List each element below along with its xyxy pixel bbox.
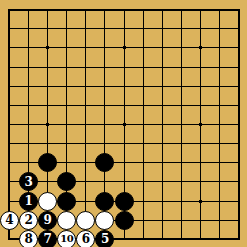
- white-stone: [76, 211, 95, 230]
- move-number: 2: [24, 214, 32, 226]
- star-point: [199, 46, 202, 49]
- move-number: 9: [44, 214, 52, 226]
- move-number: 5: [101, 233, 109, 245]
- move-number: 10: [60, 234, 73, 244]
- black-stone: [95, 192, 114, 211]
- black-stone: [115, 192, 134, 211]
- move-number: 7: [44, 233, 52, 245]
- black-stone: [57, 192, 76, 211]
- go-board: 31429871065: [0, 0, 247, 247]
- move-number: 1: [24, 195, 32, 207]
- grid-line-vertical-8: [143, 9, 144, 241]
- move-number: 8: [24, 233, 32, 245]
- white-stone: 6: [76, 230, 95, 247]
- grid-line-vertical-9: [162, 9, 163, 241]
- black-stone: 3: [19, 172, 38, 191]
- grid-line-horizontal-10: [8, 181, 240, 182]
- white-stone: [38, 192, 57, 211]
- star-point: [123, 123, 126, 126]
- white-stone: 2: [19, 211, 38, 230]
- grid-line-vertical-13: [238, 9, 240, 241]
- white-stone: 8: [19, 230, 38, 247]
- black-stone: 9: [38, 211, 57, 230]
- white-stone: [57, 211, 76, 230]
- grid-line-horizontal-8: [8, 143, 240, 144]
- black-stone: [115, 211, 134, 230]
- white-stone: [95, 211, 114, 230]
- white-stone: 10: [57, 230, 76, 247]
- black-stone: [38, 153, 57, 172]
- move-number: 4: [5, 214, 13, 226]
- grid-line-vertical-10: [181, 9, 182, 241]
- black-stone: 7: [38, 230, 57, 247]
- star-point: [46, 123, 49, 126]
- move-number: 6: [82, 233, 90, 245]
- star-point: [199, 200, 202, 203]
- move-number: 3: [24, 176, 32, 188]
- black-stone: [57, 172, 76, 191]
- star-point: [46, 46, 49, 49]
- white-stone: 4: [0, 211, 19, 230]
- black-stone: 1: [19, 192, 38, 211]
- star-point: [123, 46, 126, 49]
- grid-line-vertical-12: [219, 9, 220, 241]
- star-point: [199, 123, 202, 126]
- black-stone: 5: [95, 230, 114, 247]
- black-stone: [95, 153, 114, 172]
